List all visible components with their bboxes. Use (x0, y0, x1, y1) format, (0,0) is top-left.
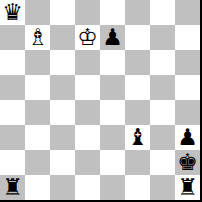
piece-black-rook[interactable]: ♜ (175, 175, 200, 200)
piece-black-king[interactable]: ♚ (175, 150, 200, 175)
square-g7[interactable] (150, 25, 175, 50)
king-glyph-outline: ♔ (75, 25, 100, 50)
square-b8[interactable] (25, 0, 50, 25)
square-c6[interactable] (50, 50, 75, 75)
square-f3[interactable]: ♝ (125, 125, 150, 150)
square-e3[interactable] (100, 125, 125, 150)
chess-diagram: ♛♝♗♚♔♟♝♟♚♜♜ (0, 0, 202, 202)
chessboard: ♛♝♗♚♔♟♝♟♚♜♜ (0, 0, 202, 202)
square-d7[interactable]: ♚♔ (75, 25, 100, 50)
pawn-glyph-fill: ♟ (175, 125, 200, 150)
square-h6[interactable] (175, 50, 200, 75)
square-c5[interactable] (50, 75, 75, 100)
square-e7[interactable]: ♟ (100, 25, 125, 50)
square-e6[interactable] (100, 50, 125, 75)
square-g3[interactable] (150, 125, 175, 150)
piece-black-bishop[interactable]: ♝ (125, 125, 150, 150)
square-d6[interactable] (75, 50, 100, 75)
square-h7[interactable] (175, 25, 200, 50)
queen-glyph-fill: ♛ (0, 0, 25, 25)
square-d3[interactable] (75, 125, 100, 150)
piece-black-pawn[interactable]: ♟ (100, 25, 125, 50)
square-g5[interactable] (150, 75, 175, 100)
square-a1[interactable]: ♜ (0, 175, 25, 200)
square-a5[interactable] (0, 75, 25, 100)
rook-glyph-fill: ♜ (175, 175, 200, 200)
square-e5[interactable] (100, 75, 125, 100)
square-f2[interactable] (125, 150, 150, 175)
square-f6[interactable] (125, 50, 150, 75)
square-c8[interactable] (50, 0, 75, 25)
square-c4[interactable] (50, 100, 75, 125)
square-f7[interactable] (125, 25, 150, 50)
pawn-glyph-fill: ♟ (100, 25, 125, 50)
square-b1[interactable] (25, 175, 50, 200)
square-f4[interactable] (125, 100, 150, 125)
square-h5[interactable] (175, 75, 200, 100)
square-h1[interactable]: ♜ (175, 175, 200, 200)
bishop-glyph-outline: ♗ (25, 25, 50, 50)
bishop-glyph-fill: ♝ (125, 125, 150, 150)
square-h3[interactable]: ♟ (175, 125, 200, 150)
square-e8[interactable] (100, 0, 125, 25)
square-d5[interactable] (75, 75, 100, 100)
piece-white-king[interactable]: ♚♔ (75, 25, 100, 50)
square-a7[interactable] (0, 25, 25, 50)
square-a6[interactable] (0, 50, 25, 75)
square-f1[interactable] (125, 175, 150, 200)
square-c3[interactable] (50, 125, 75, 150)
square-a2[interactable] (0, 150, 25, 175)
square-g6[interactable] (150, 50, 175, 75)
square-g1[interactable] (150, 175, 175, 200)
square-f8[interactable] (125, 0, 150, 25)
square-d4[interactable] (75, 100, 100, 125)
square-b7[interactable]: ♝♗ (25, 25, 50, 50)
square-b5[interactable] (25, 75, 50, 100)
square-a4[interactable] (0, 100, 25, 125)
square-e2[interactable] (100, 150, 125, 175)
square-c1[interactable] (50, 175, 75, 200)
square-e4[interactable] (100, 100, 125, 125)
square-a8[interactable]: ♛ (0, 0, 25, 25)
square-a3[interactable] (0, 125, 25, 150)
king-glyph-fill: ♚ (175, 150, 200, 175)
square-h8[interactable] (175, 0, 200, 25)
square-c2[interactable] (50, 150, 75, 175)
square-d2[interactable] (75, 150, 100, 175)
square-h2[interactable]: ♚ (175, 150, 200, 175)
piece-white-bishop[interactable]: ♝♗ (25, 25, 50, 50)
square-b6[interactable] (25, 50, 50, 75)
square-b4[interactable] (25, 100, 50, 125)
square-d8[interactable] (75, 0, 100, 25)
square-g8[interactable] (150, 0, 175, 25)
rook-glyph-fill: ♜ (0, 175, 25, 200)
square-e1[interactable] (100, 175, 125, 200)
piece-black-queen[interactable]: ♛ (0, 0, 25, 25)
square-h4[interactable] (175, 100, 200, 125)
square-f5[interactable] (125, 75, 150, 100)
square-d1[interactable] (75, 175, 100, 200)
square-c7[interactable] (50, 25, 75, 50)
piece-black-pawn[interactable]: ♟ (175, 125, 200, 150)
square-b2[interactable] (25, 150, 50, 175)
square-b3[interactable] (25, 125, 50, 150)
square-g4[interactable] (150, 100, 175, 125)
square-g2[interactable] (150, 150, 175, 175)
piece-black-rook[interactable]: ♜ (0, 175, 25, 200)
